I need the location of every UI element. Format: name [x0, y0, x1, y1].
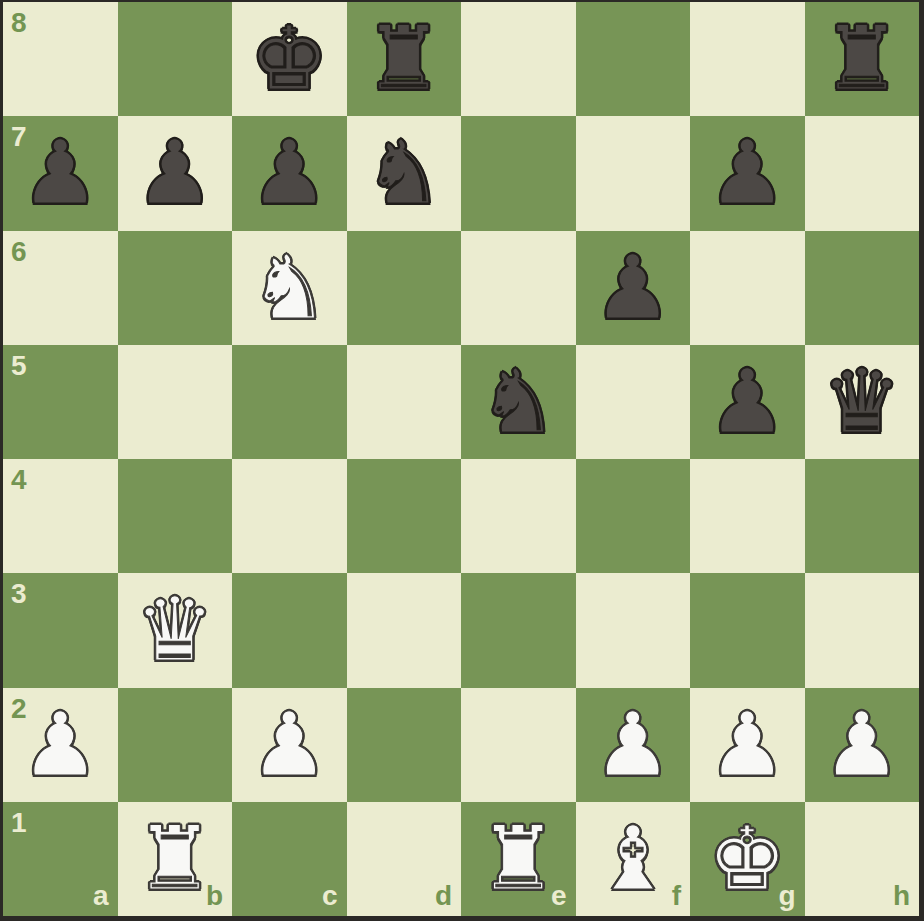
piece-black-pawn[interactable]: ♟ [135, 129, 214, 217]
square-a6[interactable]: 6 [3, 231, 118, 345]
square-d8[interactable]: ♜ [347, 2, 462, 116]
rank-label-8: 8 [11, 9, 27, 37]
square-h1[interactable]: h [805, 802, 920, 916]
square-b1[interactable]: b♜ [118, 802, 233, 916]
piece-white-rook[interactable]: ♜ [135, 815, 214, 903]
piece-black-pawn[interactable]: ♟ [250, 129, 329, 217]
piece-black-pawn[interactable]: ♟ [593, 244, 672, 332]
square-a4[interactable]: 4 [3, 459, 118, 573]
square-g2[interactable]: ♟ [690, 688, 805, 802]
square-b4[interactable] [118, 459, 233, 573]
piece-black-pawn[interactable]: ♟ [708, 129, 787, 217]
square-h4[interactable] [805, 459, 920, 573]
file-label-a: a [93, 882, 109, 910]
square-a7[interactable]: 7♟ [3, 116, 118, 230]
square-h7[interactable] [805, 116, 920, 230]
square-c3[interactable] [232, 573, 347, 687]
board-frame: 8♚♜♜7♟♟♟♞♟6♞♟5♞♟♛43♛2♟♟♟♟♟1ab♜cde♜f♝g♚h [0, 0, 924, 921]
piece-white-bishop[interactable]: ♝ [593, 815, 672, 903]
square-e6[interactable] [461, 231, 576, 345]
piece-white-pawn[interactable]: ♟ [708, 701, 787, 789]
square-f4[interactable] [576, 459, 691, 573]
file-label-c: c [322, 882, 338, 910]
square-b7[interactable]: ♟ [118, 116, 233, 230]
square-e2[interactable] [461, 688, 576, 802]
square-c7[interactable]: ♟ [232, 116, 347, 230]
square-f1[interactable]: f♝ [576, 802, 691, 916]
square-g7[interactable]: ♟ [690, 116, 805, 230]
piece-black-rook[interactable]: ♜ [364, 15, 443, 103]
piece-white-pawn[interactable]: ♟ [593, 701, 672, 789]
square-h6[interactable] [805, 231, 920, 345]
square-c1[interactable]: c [232, 802, 347, 916]
square-e8[interactable] [461, 2, 576, 116]
square-f3[interactable] [576, 573, 691, 687]
chess-board: 8♚♜♜7♟♟♟♞♟6♞♟5♞♟♛43♛2♟♟♟♟♟1ab♜cde♜f♝g♚h [3, 2, 919, 916]
square-g5[interactable]: ♟ [690, 345, 805, 459]
square-a1[interactable]: 1a [3, 802, 118, 916]
square-a8[interactable]: 8 [3, 2, 118, 116]
square-b3[interactable]: ♛ [118, 573, 233, 687]
square-f5[interactable] [576, 345, 691, 459]
square-g3[interactable] [690, 573, 805, 687]
rank-label-5: 5 [11, 352, 27, 380]
square-c8[interactable]: ♚ [232, 2, 347, 116]
square-g1[interactable]: g♚ [690, 802, 805, 916]
piece-white-rook[interactable]: ♜ [479, 815, 558, 903]
file-label-d: d [435, 882, 452, 910]
square-e7[interactable] [461, 116, 576, 230]
rank-label-4: 4 [11, 466, 27, 494]
piece-white-pawn[interactable]: ♟ [21, 701, 100, 789]
piece-black-rook[interactable]: ♜ [822, 15, 901, 103]
square-e3[interactable] [461, 573, 576, 687]
file-label-f: f [672, 882, 681, 910]
square-d6[interactable] [347, 231, 462, 345]
piece-black-king[interactable]: ♚ [250, 15, 329, 103]
square-d1[interactable]: d [347, 802, 462, 916]
square-b5[interactable] [118, 345, 233, 459]
square-d5[interactable] [347, 345, 462, 459]
square-g4[interactable] [690, 459, 805, 573]
square-h3[interactable] [805, 573, 920, 687]
square-f6[interactable]: ♟ [576, 231, 691, 345]
square-a3[interactable]: 3 [3, 573, 118, 687]
square-g6[interactable] [690, 231, 805, 345]
piece-white-pawn[interactable]: ♟ [822, 701, 901, 789]
square-c6[interactable]: ♞ [232, 231, 347, 345]
square-a5[interactable]: 5 [3, 345, 118, 459]
square-c5[interactable] [232, 345, 347, 459]
square-d2[interactable] [347, 688, 462, 802]
piece-black-pawn[interactable]: ♟ [708, 358, 787, 446]
square-b8[interactable] [118, 2, 233, 116]
square-b6[interactable] [118, 231, 233, 345]
square-a2[interactable]: 2♟ [3, 688, 118, 802]
piece-white-king[interactable]: ♚ [708, 815, 787, 903]
square-h8[interactable]: ♜ [805, 2, 920, 116]
square-b2[interactable] [118, 688, 233, 802]
square-f7[interactable] [576, 116, 691, 230]
square-c2[interactable]: ♟ [232, 688, 347, 802]
square-c4[interactable] [232, 459, 347, 573]
rank-label-6: 6 [11, 238, 27, 266]
square-g8[interactable] [690, 2, 805, 116]
piece-white-pawn[interactable]: ♟ [250, 701, 329, 789]
square-d3[interactable] [347, 573, 462, 687]
square-e5[interactable]: ♞ [461, 345, 576, 459]
piece-black-knight[interactable]: ♞ [364, 129, 443, 217]
square-f8[interactable] [576, 2, 691, 116]
square-d7[interactable]: ♞ [347, 116, 462, 230]
piece-black-pawn[interactable]: ♟ [21, 129, 100, 217]
square-h2[interactable]: ♟ [805, 688, 920, 802]
file-label-h: h [893, 882, 910, 910]
piece-black-queen[interactable]: ♛ [822, 358, 901, 446]
square-f2[interactable]: ♟ [576, 688, 691, 802]
piece-black-knight[interactable]: ♞ [479, 358, 558, 446]
rank-label-1: 1 [11, 809, 27, 837]
square-e4[interactable] [461, 459, 576, 573]
piece-white-queen[interactable]: ♛ [135, 586, 214, 674]
square-d4[interactable] [347, 459, 462, 573]
piece-white-knight[interactable]: ♞ [250, 244, 329, 332]
square-e1[interactable]: e♜ [461, 802, 576, 916]
square-h5[interactable]: ♛ [805, 345, 920, 459]
rank-label-3: 3 [11, 580, 27, 608]
